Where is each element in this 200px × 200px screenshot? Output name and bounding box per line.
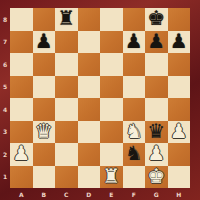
square-f3[interactable]: ♞ [123, 121, 146, 144]
square-c4[interactable] [55, 98, 78, 121]
square-d8[interactable] [78, 8, 101, 31]
square-h6[interactable] [168, 53, 191, 76]
square-g3[interactable]: ♛ [145, 121, 168, 144]
square-e3[interactable] [100, 121, 123, 144]
rank-label-7: 7 [0, 31, 10, 54]
file-label-d: D [78, 188, 101, 200]
rank-label-8: 8 [0, 8, 10, 31]
white-pawn-h3[interactable]: ♟ [170, 121, 188, 142]
square-b6[interactable] [33, 53, 56, 76]
square-h7[interactable]: ♟ [168, 31, 191, 54]
black-pawn-h7[interactable]: ♟ [170, 31, 188, 52]
square-d2[interactable] [78, 143, 101, 166]
rank-label-5: 5 [0, 76, 10, 99]
square-a6[interactable] [10, 53, 33, 76]
black-rook-c8[interactable]: ♜ [57, 8, 75, 29]
square-g1[interactable]: ♚ [145, 166, 168, 189]
file-label-e: E [100, 188, 123, 200]
square-g6[interactable] [145, 53, 168, 76]
square-b4[interactable] [33, 98, 56, 121]
square-g2[interactable]: ♟ [145, 143, 168, 166]
black-queen-g3[interactable]: ♛ [147, 121, 165, 142]
square-c5[interactable] [55, 76, 78, 99]
square-e4[interactable] [100, 98, 123, 121]
file-label-a: A [10, 188, 33, 200]
white-pawn-a2[interactable]: ♟ [12, 143, 30, 164]
square-d7[interactable] [78, 31, 101, 54]
square-h2[interactable] [168, 143, 191, 166]
square-h4[interactable] [168, 98, 191, 121]
square-g4[interactable] [145, 98, 168, 121]
square-c8[interactable]: ♜ [55, 8, 78, 31]
file-label-f: F [123, 188, 146, 200]
square-a1[interactable] [10, 166, 33, 189]
rank-label-6: 6 [0, 53, 10, 76]
black-knight-f2[interactable]: ♞ [125, 143, 143, 164]
square-f6[interactable] [123, 53, 146, 76]
square-b2[interactable] [33, 143, 56, 166]
file-labels: ABCDEFGH [10, 188, 190, 200]
square-e1[interactable]: ♜ [100, 166, 123, 189]
rank-label-2: 2 [0, 143, 10, 166]
white-king-g1[interactable]: ♚ [147, 166, 165, 187]
square-b5[interactable] [33, 76, 56, 99]
square-a4[interactable] [10, 98, 33, 121]
square-f8[interactable] [123, 8, 146, 31]
black-pawn-g7[interactable]: ♟ [147, 31, 165, 52]
white-pawn-g2[interactable]: ♟ [147, 143, 165, 164]
white-knight-f3[interactable]: ♞ [125, 121, 143, 142]
square-a3[interactable] [10, 121, 33, 144]
square-a2[interactable]: ♟ [10, 143, 33, 166]
white-rook-e1[interactable]: ♜ [102, 166, 120, 187]
chessboard: ♜♚♟♟♟♟♛♞♛♟♟♞♟♜♚ [10, 8, 190, 188]
rank-label-3: 3 [0, 121, 10, 144]
square-c1[interactable] [55, 166, 78, 189]
square-e5[interactable] [100, 76, 123, 99]
square-d1[interactable] [78, 166, 101, 189]
chessboard-frame: 87654321 ♜♚♟♟♟♟♛♞♛♟♟♞♟♜♚ ABCDEFGH [0, 0, 200, 200]
square-g7[interactable]: ♟ [145, 31, 168, 54]
square-d6[interactable] [78, 53, 101, 76]
square-h1[interactable] [168, 166, 191, 189]
square-f2[interactable]: ♞ [123, 143, 146, 166]
square-d5[interactable] [78, 76, 101, 99]
square-f7[interactable]: ♟ [123, 31, 146, 54]
square-f5[interactable] [123, 76, 146, 99]
white-queen-b3[interactable]: ♛ [35, 121, 53, 142]
square-a7[interactable] [10, 31, 33, 54]
black-king-g8[interactable]: ♚ [147, 8, 165, 29]
square-f4[interactable] [123, 98, 146, 121]
square-c6[interactable] [55, 53, 78, 76]
square-e7[interactable] [100, 31, 123, 54]
square-b3[interactable]: ♛ [33, 121, 56, 144]
square-e8[interactable] [100, 8, 123, 31]
square-h5[interactable] [168, 76, 191, 99]
square-e6[interactable] [100, 53, 123, 76]
square-b8[interactable] [33, 8, 56, 31]
file-label-b: B [33, 188, 56, 200]
file-label-c: C [55, 188, 78, 200]
square-c2[interactable] [55, 143, 78, 166]
rank-label-4: 4 [0, 98, 10, 121]
square-b1[interactable] [33, 166, 56, 189]
square-d3[interactable] [78, 121, 101, 144]
square-f1[interactable] [123, 166, 146, 189]
black-pawn-b7[interactable]: ♟ [35, 31, 53, 52]
square-a5[interactable] [10, 76, 33, 99]
square-g5[interactable] [145, 76, 168, 99]
square-c7[interactable] [55, 31, 78, 54]
square-g8[interactable]: ♚ [145, 8, 168, 31]
square-c3[interactable] [55, 121, 78, 144]
square-b7[interactable]: ♟ [33, 31, 56, 54]
file-label-h: H [168, 188, 191, 200]
square-h3[interactable]: ♟ [168, 121, 191, 144]
square-d4[interactable] [78, 98, 101, 121]
square-e2[interactable] [100, 143, 123, 166]
file-label-g: G [145, 188, 168, 200]
square-h8[interactable] [168, 8, 191, 31]
square-a8[interactable] [10, 8, 33, 31]
black-pawn-f7[interactable]: ♟ [125, 31, 143, 52]
rank-label-1: 1 [0, 166, 10, 189]
rank-labels: 87654321 [0, 8, 10, 188]
